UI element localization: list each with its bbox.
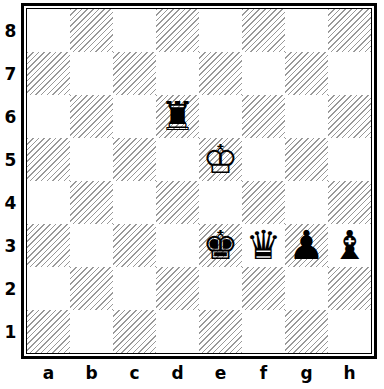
file-labels: abcdefgh bbox=[21, 359, 377, 389]
square-d7[interactable] bbox=[156, 52, 199, 95]
square-d3[interactable] bbox=[156, 224, 199, 267]
square-e8[interactable] bbox=[199, 9, 242, 52]
square-f4[interactable] bbox=[242, 181, 285, 224]
square-c7[interactable] bbox=[113, 52, 156, 95]
square-c8[interactable] bbox=[113, 9, 156, 52]
square-e2[interactable] bbox=[199, 267, 242, 310]
square-f1[interactable] bbox=[242, 310, 285, 353]
square-d5[interactable] bbox=[156, 138, 199, 181]
square-h7[interactable] bbox=[328, 52, 371, 95]
rank-label-2: 2 bbox=[0, 267, 21, 310]
rank-label-1: 1 bbox=[0, 310, 21, 353]
square-c3[interactable] bbox=[113, 224, 156, 267]
square-f3[interactable]: ♛ bbox=[242, 224, 285, 267]
square-g4[interactable] bbox=[285, 181, 328, 224]
black-rook-piece[interactable]: ♜ bbox=[160, 95, 196, 138]
square-h1[interactable] bbox=[328, 310, 371, 353]
square-c1[interactable] bbox=[113, 310, 156, 353]
square-g2[interactable] bbox=[285, 267, 328, 310]
board-grid: ♜♔♚♛♟♝ bbox=[26, 8, 372, 354]
file-label-f: f bbox=[242, 363, 285, 389]
square-b3[interactable] bbox=[70, 224, 113, 267]
black-king-piece[interactable]: ♚ bbox=[203, 224, 239, 267]
square-f8[interactable] bbox=[242, 9, 285, 52]
chess-board: ♜♔♚♛♟♝ bbox=[21, 3, 377, 359]
black-queen-piece[interactable]: ♛ bbox=[246, 224, 282, 267]
square-f5[interactable] bbox=[242, 138, 285, 181]
square-h6[interactable] bbox=[328, 95, 371, 138]
rank-label-3: 3 bbox=[0, 224, 21, 267]
square-e4[interactable] bbox=[199, 181, 242, 224]
square-h3[interactable]: ♝ bbox=[328, 224, 371, 267]
rank-label-8: 8 bbox=[0, 9, 21, 52]
square-c5[interactable] bbox=[113, 138, 156, 181]
square-f6[interactable] bbox=[242, 95, 285, 138]
rank-label-5: 5 bbox=[0, 138, 21, 181]
white-king-piece[interactable]: ♔ bbox=[203, 138, 239, 181]
file-label-e: e bbox=[199, 363, 242, 389]
square-a3[interactable] bbox=[27, 224, 70, 267]
square-c6[interactable] bbox=[113, 95, 156, 138]
file-label-b: b bbox=[70, 363, 113, 389]
file-label-d: d bbox=[156, 363, 199, 389]
square-b2[interactable] bbox=[70, 267, 113, 310]
square-g8[interactable] bbox=[285, 9, 328, 52]
square-b6[interactable] bbox=[70, 95, 113, 138]
square-c4[interactable] bbox=[113, 181, 156, 224]
square-d4[interactable] bbox=[156, 181, 199, 224]
rank-label-7: 7 bbox=[0, 52, 21, 95]
square-b7[interactable] bbox=[70, 52, 113, 95]
rank-label-4: 4 bbox=[0, 181, 21, 224]
square-a8[interactable] bbox=[27, 9, 70, 52]
file-label-a: a bbox=[27, 363, 70, 389]
square-d6[interactable]: ♜ bbox=[156, 95, 199, 138]
square-b4[interactable] bbox=[70, 181, 113, 224]
square-g3[interactable]: ♟ bbox=[285, 224, 328, 267]
rank-labels: 87654321 bbox=[0, 3, 21, 359]
square-f2[interactable] bbox=[242, 267, 285, 310]
black-bishop-piece[interactable]: ♝ bbox=[332, 224, 368, 267]
chess-diagram: 87654321 ♜♔♚♛♟♝ abcdefgh bbox=[0, 0, 384, 389]
square-b8[interactable] bbox=[70, 9, 113, 52]
square-d8[interactable] bbox=[156, 9, 199, 52]
square-f7[interactable] bbox=[242, 52, 285, 95]
square-a2[interactable] bbox=[27, 267, 70, 310]
file-label-g: g bbox=[285, 363, 328, 389]
square-g7[interactable] bbox=[285, 52, 328, 95]
square-d1[interactable] bbox=[156, 310, 199, 353]
file-label-c: c bbox=[113, 363, 156, 389]
square-d2[interactable] bbox=[156, 267, 199, 310]
square-b1[interactable] bbox=[70, 310, 113, 353]
file-label-h: h bbox=[328, 363, 371, 389]
square-h4[interactable] bbox=[328, 181, 371, 224]
square-a5[interactable] bbox=[27, 138, 70, 181]
square-g6[interactable] bbox=[285, 95, 328, 138]
square-e1[interactable] bbox=[199, 310, 242, 353]
square-e7[interactable] bbox=[199, 52, 242, 95]
square-a1[interactable] bbox=[27, 310, 70, 353]
square-b5[interactable] bbox=[70, 138, 113, 181]
rank-label-6: 6 bbox=[0, 95, 21, 138]
square-a6[interactable] bbox=[27, 95, 70, 138]
black-pawn-piece[interactable]: ♟ bbox=[289, 224, 325, 267]
square-h8[interactable] bbox=[328, 9, 371, 52]
square-h2[interactable] bbox=[328, 267, 371, 310]
square-a4[interactable] bbox=[27, 181, 70, 224]
square-a7[interactable] bbox=[27, 52, 70, 95]
square-e3[interactable]: ♚ bbox=[199, 224, 242, 267]
square-h5[interactable] bbox=[328, 138, 371, 181]
square-g5[interactable] bbox=[285, 138, 328, 181]
square-c2[interactable] bbox=[113, 267, 156, 310]
square-e5[interactable]: ♔ bbox=[199, 138, 242, 181]
square-e6[interactable] bbox=[199, 95, 242, 138]
square-g1[interactable] bbox=[285, 310, 328, 353]
